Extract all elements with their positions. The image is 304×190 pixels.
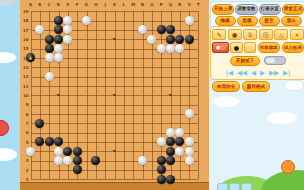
grid-line <box>198 11 199 179</box>
go-board[interactable]: ABCDEFGHJKLMNOPQRST191817161514131211109… <box>20 0 209 190</box>
column-label: A <box>29 2 33 7</box>
hill-decoration <box>261 170 304 190</box>
last-move-icon[interactable]: ▶| <box>283 69 290 77</box>
white-stone-S4[interactable] <box>185 147 194 156</box>
white-stone-G18[interactable] <box>82 16 91 25</box>
annotation-panel: ✎●①Ⓐ△× ●○ ● ○ 切换棋盘 进入推演 开始试下 |◀◀◀◀▶▶▶▶| <box>210 26 304 80</box>
triangle-icon[interactable]: △ <box>274 29 288 40</box>
footer-icon[interactable] <box>217 183 228 190</box>
cloud-decoration <box>0 148 17 161</box>
white-stone-C12[interactable] <box>45 72 54 81</box>
problem-mode-button[interactable]: 题目模式 <box>242 81 270 92</box>
lesson-button-2[interactable]: 打谱设置 <box>259 4 281 15</box>
white-stone-N17[interactable] <box>138 25 147 34</box>
annotation-tools: ✎●①Ⓐ△× <box>212 29 304 40</box>
cloud-decoration <box>213 96 239 107</box>
white-stone-E18[interactable] <box>63 16 72 25</box>
start-trial-button[interactable]: 开始试下 <box>230 56 260 66</box>
white-stone-N3[interactable] <box>138 156 147 165</box>
white-stone-D4[interactable] <box>54 147 63 156</box>
black-stone-P3[interactable] <box>157 156 166 165</box>
row-label: 18 <box>20 18 29 23</box>
row-label: 19 <box>20 9 29 14</box>
white-stone-E17[interactable] <box>63 25 72 34</box>
white-stone-Q6[interactable] <box>166 128 175 137</box>
black-stone-F2[interactable] <box>73 165 82 174</box>
white-stone-button[interactable]: ○ <box>244 42 256 53</box>
action-button-1[interactable]: 摆棋 <box>237 16 258 27</box>
column-label: K <box>113 2 117 7</box>
column-label: P <box>159 2 163 7</box>
button-row-1: 开始上课调整堂数打谱设置课堂互动 <box>212 4 304 15</box>
stone-icon[interactable]: ● <box>228 29 242 40</box>
black-stone-Q17[interactable] <box>166 25 175 34</box>
playback-controls: |◀◀◀◀▶▶▶▶| <box>212 69 304 77</box>
black-stone-P17[interactable] <box>157 25 166 34</box>
step-forward-icon[interactable]: ▶ <box>260 69 265 77</box>
black-stone-button[interactable]: ● <box>230 42 242 53</box>
white-stone-D14[interactable] <box>54 53 63 62</box>
black-stone-E4[interactable] <box>63 147 72 156</box>
letter-icon[interactable]: Ⓐ <box>259 29 273 40</box>
column-label: C <box>47 2 51 7</box>
row-label: 17 <box>20 28 29 33</box>
column-label: G <box>85 2 89 7</box>
grid-line <box>31 170 199 171</box>
grid-line <box>31 77 199 78</box>
column-label: R <box>178 2 182 7</box>
black-stone-B5[interactable] <box>35 137 44 146</box>
trial-row: 开始试下 <box>212 56 304 66</box>
homework-button-group: 布局作业 题目模式 <box>210 80 302 93</box>
black-stone-C5[interactable] <box>45 137 54 146</box>
black-stone-C16[interactable] <box>45 35 54 44</box>
grid-line <box>31 114 199 115</box>
column-label: B <box>38 2 42 7</box>
column-label: D <box>57 2 61 7</box>
step-back-icon[interactable]: ◀ <box>251 69 256 77</box>
black-stone-R16[interactable] <box>175 35 184 44</box>
red-mascot <box>0 120 9 136</box>
white-stone-O16[interactable] <box>147 35 156 44</box>
white-stone-E16[interactable] <box>63 35 72 44</box>
row-label: 11 <box>20 84 29 89</box>
row-label: 8 <box>20 112 29 117</box>
button-row-2: 悔棋摆棋提示退出 <box>212 16 304 27</box>
grid-line <box>31 123 199 124</box>
black-stone-P1[interactable] <box>157 175 166 184</box>
black-stone-S16[interactable] <box>185 35 194 44</box>
lesson-button-3[interactable]: 课堂互动 <box>282 4 304 15</box>
row-label: 10 <box>20 93 29 98</box>
footer-icon[interactable] <box>229 183 240 190</box>
action-button-0[interactable]: 悔棋 <box>215 16 236 27</box>
grid-line <box>31 67 199 68</box>
white-stone-P5[interactable] <box>157 137 166 146</box>
black-stone-Q3[interactable] <box>166 156 175 165</box>
column-label: N <box>141 2 145 7</box>
erase-icon[interactable]: × <box>290 29 304 40</box>
last-move-marker: ▲ <box>28 55 31 60</box>
row-label: 16 <box>20 37 29 42</box>
white-stone-S5[interactable] <box>185 137 194 146</box>
white-stone-P15[interactable] <box>157 44 166 53</box>
black-stone-R5[interactable] <box>175 137 184 146</box>
cloud-decoration <box>0 52 16 63</box>
black-stone-H3[interactable] <box>91 156 100 165</box>
black-stone-Q4[interactable] <box>166 147 175 156</box>
number-icon[interactable]: ① <box>243 29 257 40</box>
black-stone-Q5[interactable] <box>166 137 175 146</box>
row-label: 5 <box>20 140 29 145</box>
black-stone-F3[interactable] <box>73 156 82 165</box>
black-stone-Q1[interactable] <box>166 175 175 184</box>
trial-toggle[interactable] <box>264 56 286 65</box>
white-stone-B17[interactable] <box>35 25 44 34</box>
pencil-icon[interactable]: ✎ <box>212 29 226 40</box>
black-stone-D18[interactable] <box>54 16 63 25</box>
cloud-decoration <box>0 0 16 6</box>
row-label: 1 <box>20 177 29 182</box>
row-label: 6 <box>20 130 29 135</box>
row-label: 7 <box>20 121 29 126</box>
row-label: 2 <box>20 168 29 173</box>
layout-homework-button[interactable]: 布局作业 <box>212 81 240 92</box>
side-pill-decoration <box>284 80 304 91</box>
footer-icon[interactable] <box>241 183 252 190</box>
black-stone-D5[interactable] <box>54 137 63 146</box>
white-stone-R15[interactable] <box>175 44 184 53</box>
lesson-button-0[interactable]: 开始上课 <box>212 4 234 15</box>
column-label: L <box>122 2 126 7</box>
enter-analysis-button[interactable]: 进入推演 <box>282 42 304 53</box>
row-label: 15 <box>20 46 29 51</box>
orange-mascot <box>281 160 295 174</box>
grid-line <box>31 11 199 12</box>
first-move-icon[interactable]: |◀ <box>226 69 233 77</box>
column-label: Q <box>169 2 173 7</box>
go-app-window: ABCDEFGHJKLMNOPQRST191817161514131211109… <box>0 0 304 190</box>
switch-board-button[interactable]: 切换棋盘 <box>258 42 280 53</box>
toggle-knob <box>266 58 275 63</box>
white-stone-E3[interactable] <box>63 156 72 165</box>
row-label: 9 <box>20 102 29 107</box>
board-edge <box>20 182 209 190</box>
lesson-button-1[interactable]: 调整堂数 <box>235 4 257 15</box>
action-button-3[interactable]: 退出 <box>281 16 302 27</box>
lesson-button-group: 开始上课调整堂数打谱设置课堂互动 悔棋摆棋提示退出 <box>210 1 304 29</box>
white-stone-C14[interactable] <box>45 53 54 62</box>
grid-line <box>31 105 199 106</box>
white-stone-A4[interactable] <box>26 147 35 156</box>
stone-select-row: ●○ ● ○ 切换棋盘 进入推演 <box>212 42 304 53</box>
white-stone-S3[interactable] <box>185 156 194 165</box>
column-label: H <box>94 2 98 7</box>
black-stone-B7[interactable] <box>35 119 44 128</box>
row-label: 12 <box>20 74 29 79</box>
black-stone-D16[interactable] <box>54 35 63 44</box>
column-label: E <box>66 2 70 7</box>
row-label: 13 <box>20 65 29 70</box>
column-label: T <box>196 2 200 7</box>
black-stone-Q16[interactable] <box>166 35 175 44</box>
column-label: J <box>103 2 107 7</box>
control-panel: 开始上课调整堂数打谱设置课堂互动 悔棋摆棋提示退出 ✎●①Ⓐ△× ●○ ● ○ … <box>209 0 304 190</box>
cloud-decoration <box>267 112 297 124</box>
grid-line <box>31 86 199 87</box>
white-stone-D3[interactable] <box>54 156 63 165</box>
black-stone-A14[interactable]: ▲ <box>26 53 35 62</box>
white-stone-D15[interactable] <box>54 44 63 53</box>
action-button-2[interactable]: 提示 <box>259 16 280 27</box>
fast-back-icon[interactable]: ◀◀ <box>237 69 247 77</box>
white-stone-S8[interactable] <box>185 109 194 118</box>
black-stone-C15[interactable] <box>45 44 54 53</box>
column-label: O <box>150 2 154 7</box>
black-stone-F4[interactable] <box>73 147 82 156</box>
column-label: M <box>131 2 135 7</box>
black-stone-D17[interactable] <box>54 25 63 34</box>
white-stone-R6[interactable] <box>175 128 184 137</box>
column-label: S <box>187 2 191 7</box>
white-stone-Q15[interactable] <box>166 44 175 53</box>
white-stone-R4[interactable] <box>175 147 184 156</box>
row-label: 3 <box>20 158 29 163</box>
column-label: F <box>75 2 79 7</box>
black-stone-P2[interactable] <box>157 165 166 174</box>
white-stone-S18[interactable] <box>185 16 194 25</box>
alternate-stone-button[interactable]: ●○ <box>212 42 229 53</box>
fast-forward-icon[interactable]: ▶▶ <box>269 69 279 77</box>
